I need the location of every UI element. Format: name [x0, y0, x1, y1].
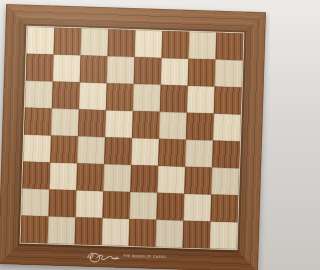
square-c6[interactable]	[79, 82, 107, 110]
square-h1[interactable]	[210, 222, 238, 250]
square-g5[interactable]	[186, 113, 214, 141]
square-c5[interactable]	[78, 109, 106, 137]
square-b1[interactable]	[48, 216, 76, 244]
chess-board: THE QUEEN OF CHESS	[0, 4, 266, 270]
square-h8[interactable]	[216, 33, 244, 61]
square-d4[interactable]	[104, 137, 132, 165]
square-b3[interactable]	[49, 162, 77, 190]
square-e6[interactable]	[133, 84, 161, 112]
square-b7[interactable]	[53, 54, 81, 82]
square-f4[interactable]	[158, 139, 186, 167]
square-c1[interactable]	[75, 217, 103, 245]
square-a5[interactable]	[24, 108, 52, 136]
square-h2[interactable]	[210, 195, 238, 223]
square-e3[interactable]	[130, 165, 158, 193]
signature-autograph-icon	[84, 248, 120, 265]
square-e8[interactable]	[135, 30, 163, 58]
square-d8[interactable]	[108, 29, 136, 57]
square-a7[interactable]	[26, 54, 54, 82]
square-c8[interactable]	[81, 28, 109, 56]
square-c4[interactable]	[77, 136, 105, 164]
square-g3[interactable]	[184, 167, 212, 195]
square-b5[interactable]	[51, 108, 79, 136]
board-squares	[21, 27, 244, 250]
square-d3[interactable]	[103, 164, 131, 192]
square-c2[interactable]	[75, 190, 103, 218]
square-g8[interactable]	[189, 32, 217, 60]
square-e5[interactable]	[132, 111, 160, 139]
brand-caption: THE QUEEN OF CHESS	[123, 255, 166, 260]
board-inlay-border	[20, 26, 245, 251]
square-d2[interactable]	[102, 191, 130, 219]
square-f6[interactable]	[160, 85, 188, 113]
square-a8[interactable]	[27, 27, 55, 55]
square-d6[interactable]	[106, 83, 134, 111]
square-f7[interactable]	[161, 58, 189, 86]
square-h6[interactable]	[214, 87, 242, 115]
square-e7[interactable]	[134, 57, 162, 85]
square-g6[interactable]	[187, 86, 215, 114]
square-h7[interactable]	[215, 60, 243, 88]
square-g1[interactable]	[183, 221, 211, 249]
square-a6[interactable]	[25, 81, 53, 109]
square-d5[interactable]	[105, 110, 133, 138]
square-e1[interactable]	[129, 219, 157, 247]
square-a1[interactable]	[21, 216, 49, 244]
brand-mark: THE QUEEN OF CHESS	[84, 248, 167, 268]
square-b2[interactable]	[48, 189, 76, 217]
square-g4[interactable]	[185, 140, 213, 168]
square-a2[interactable]	[22, 189, 50, 217]
square-e4[interactable]	[131, 138, 159, 166]
square-f2[interactable]	[156, 193, 184, 221]
square-f3[interactable]	[157, 166, 185, 194]
square-b8[interactable]	[54, 28, 82, 56]
square-g7[interactable]	[188, 59, 216, 87]
square-h5[interactable]	[213, 114, 241, 142]
square-a3[interactable]	[22, 162, 50, 190]
square-c3[interactable]	[76, 163, 104, 191]
square-g2[interactable]	[183, 194, 211, 222]
square-f5[interactable]	[159, 112, 187, 140]
square-a4[interactable]	[23, 135, 51, 163]
photo-background: { "game": "chess", "position": { "fen": …	[0, 0, 270, 270]
square-c7[interactable]	[80, 55, 108, 83]
square-d1[interactable]	[102, 218, 130, 246]
square-h4[interactable]	[212, 141, 240, 169]
square-b4[interactable]	[50, 135, 78, 163]
square-h3[interactable]	[211, 168, 239, 196]
square-b6[interactable]	[52, 81, 80, 109]
square-e2[interactable]	[129, 192, 157, 220]
square-f1[interactable]	[156, 220, 184, 248]
square-d7[interactable]	[107, 56, 135, 84]
square-f8[interactable]	[162, 31, 190, 59]
